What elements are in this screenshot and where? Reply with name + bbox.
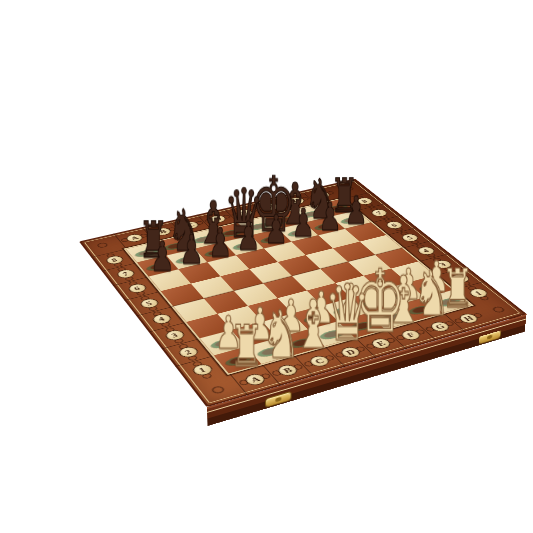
file-label-a: A — [124, 233, 145, 243]
rank-label-6: 6 — [126, 283, 148, 295]
photo-scene: ABCDEFGH ABCDEFGH 87654321 87654321 ♜♞♝♛… — [0, 0, 533, 533]
rank-label-7: 7 — [114, 268, 136, 279]
file-label-e: E — [368, 337, 393, 351]
square-d6[interactable] — [236, 249, 278, 270]
board-frame: ABCDEFGH ABCDEFGH 87654321 87654321 ♜♞♝♛… — [79, 179, 527, 407]
rank-label-1: 1 — [190, 363, 215, 377]
brass-clasp — [479, 330, 501, 343]
file-label-c: C — [306, 354, 332, 368]
rank-label-7: 7 — [368, 208, 389, 218]
file-label-d: D — [338, 345, 363, 359]
chess-board-3d: ABCDEFGH ABCDEFGH 87654321 87654321 ♜♞♝♛… — [79, 179, 527, 407]
square-c6[interactable] — [207, 255, 249, 276]
rank-label-6: 6 — [383, 220, 405, 230]
rank-label-5: 5 — [399, 233, 421, 243]
rank-label-8: 8 — [104, 255, 126, 266]
file-label-e: E — [234, 208, 255, 218]
file-label-b: B — [275, 363, 301, 377]
file-label-h: H — [456, 312, 481, 325]
brass-clasp — [266, 392, 291, 407]
rank-label-2: 2 — [176, 345, 201, 359]
rank-label-8: 8 — [354, 197, 375, 206]
square-b5[interactable] — [191, 276, 234, 298]
file-label-c: C — [180, 220, 201, 230]
file-label-f: F — [260, 202, 281, 211]
file-label-h: H — [312, 190, 333, 199]
file-label-g: G — [427, 320, 452, 333]
file-label-g: G — [286, 196, 307, 205]
rank-label-3: 3 — [162, 329, 186, 342]
rank-label-4: 4 — [150, 313, 173, 326]
white-rook-a1[interactable]: ♜ — [230, 317, 257, 375]
border-cell: 5 — [124, 291, 173, 316]
file-label-b: B — [152, 226, 173, 236]
white-knight-b1[interactable]: ♞ — [262, 302, 288, 368]
file-label-a: A — [242, 372, 268, 387]
rank-label-5: 5 — [137, 297, 160, 309]
file-label-d: D — [207, 214, 228, 224]
border-cell: 1 — [175, 355, 229, 384]
